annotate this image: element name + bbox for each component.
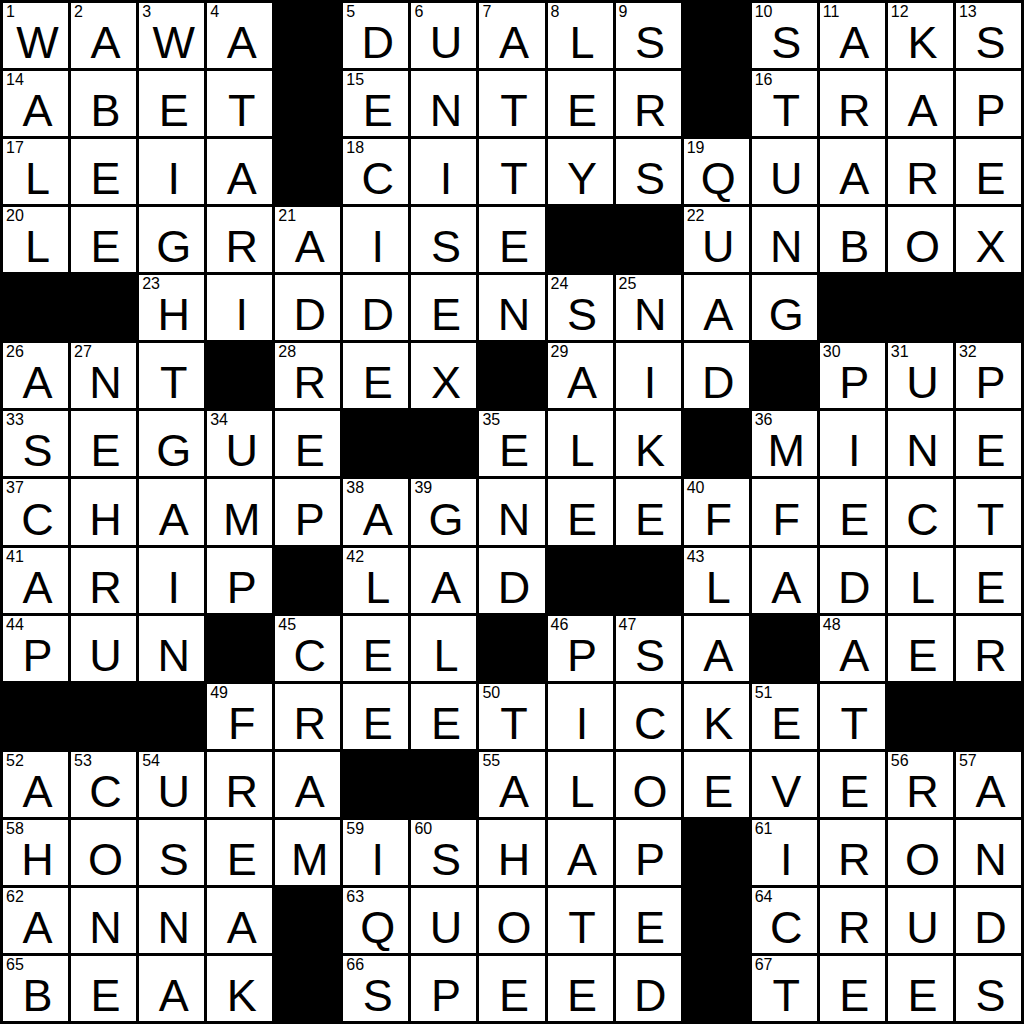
cell-letter: D xyxy=(481,565,544,610)
cell-r13c15[interactable]: N xyxy=(956,820,1021,885)
cell-r14c3[interactable]: N xyxy=(139,888,204,953)
cell-r7c15[interactable]: E xyxy=(956,411,1021,476)
cell-r9c4[interactable]: P xyxy=(207,548,272,613)
cell-r1c14[interactable]: 12K xyxy=(888,3,953,68)
cell-r4c1[interactable]: 20L xyxy=(3,207,68,272)
cell-r10c13[interactable]: 48A xyxy=(820,616,885,681)
cell-r7c9[interactable]: L xyxy=(548,411,613,476)
cell-letter: P xyxy=(209,565,272,610)
cell-r5c6[interactable]: D xyxy=(343,275,408,340)
cell-r3c15[interactable]: E xyxy=(956,139,1021,204)
cell-r13c4[interactable]: E xyxy=(207,820,272,885)
cell-r13c7[interactable]: 60S xyxy=(411,820,476,885)
clue-number: 43 xyxy=(687,548,705,566)
cell-letter: I xyxy=(754,837,817,882)
cell-r14c4[interactable]: A xyxy=(207,888,272,953)
cell-r4c12[interactable]: N xyxy=(752,207,817,272)
cell-r12c2[interactable]: 53C xyxy=(71,752,136,817)
cell-letter: M xyxy=(277,837,340,882)
cell-letter: A xyxy=(686,292,749,337)
cell-letter: D xyxy=(345,20,408,65)
cell-r12c3[interactable]: 54U xyxy=(139,752,204,817)
cell-r11c6[interactable]: E xyxy=(343,684,408,749)
cell-r15c4[interactable]: K xyxy=(207,956,272,1021)
cell-letter: I xyxy=(550,701,613,746)
cell-r14c10[interactable]: E xyxy=(616,888,681,953)
cell-r15c10[interactable]: D xyxy=(616,956,681,1021)
cell-r10c7[interactable]: L xyxy=(411,616,476,681)
cell-letter: I xyxy=(413,156,476,201)
cell-r12c9[interactable]: L xyxy=(548,752,613,817)
clue-number: 6 xyxy=(414,3,423,21)
cell-letter: A xyxy=(754,565,817,610)
cell-letter: I xyxy=(209,292,272,337)
cell-letter: E xyxy=(754,701,817,746)
clue-number: 17 xyxy=(6,139,24,157)
cell-r6c1[interactable]: 26A xyxy=(3,343,68,408)
cell-r14c7[interactable]: U xyxy=(411,888,476,953)
cell-r5c3[interactable]: 23H xyxy=(139,275,204,340)
cell-r3c13[interactable]: A xyxy=(820,139,885,204)
cell-r1c4[interactable]: 4A xyxy=(207,3,272,68)
cell-r9c12[interactable]: A xyxy=(752,548,817,613)
cell-letter: E xyxy=(686,769,749,814)
cell-r3c12[interactable]: U xyxy=(752,139,817,204)
cell-r2c12[interactable]: 16T xyxy=(752,71,817,136)
cell-r15c7[interactable]: P xyxy=(411,956,476,1021)
cell-r1c6[interactable]: 5D xyxy=(343,3,408,68)
cell-letter: A xyxy=(822,633,885,678)
black-cell-r7c6 xyxy=(343,411,408,476)
clue-number: 12 xyxy=(891,3,909,21)
cell-r7c12[interactable]: 36M xyxy=(752,411,817,476)
cell-letter: U xyxy=(413,905,476,950)
cell-r11c8[interactable]: 50T xyxy=(479,684,544,749)
cell-r4c6[interactable]: I xyxy=(343,207,408,272)
cell-letter: D xyxy=(686,360,749,405)
cell-r9c15[interactable]: E xyxy=(956,548,1021,613)
clue-number: 2 xyxy=(74,3,83,21)
cell-r7c2[interactable]: E xyxy=(71,411,136,476)
cell-r8c2[interactable]: H xyxy=(71,479,136,544)
cell-r10c15[interactable]: R xyxy=(956,616,1021,681)
cell-r11c13[interactable]: T xyxy=(820,684,885,749)
cell-r3c10[interactable]: S xyxy=(616,139,681,204)
cell-letter: Q xyxy=(345,905,408,950)
black-cell-r3c5 xyxy=(275,139,340,204)
cell-r12c5[interactable]: A xyxy=(275,752,340,817)
cell-r8c3[interactable]: A xyxy=(139,479,204,544)
clue-number: 1 xyxy=(6,3,15,21)
cell-r11c9[interactable]: I xyxy=(548,684,613,749)
cell-r15c15[interactable]: S xyxy=(956,956,1021,1021)
cell-r6c7[interactable]: X xyxy=(411,343,476,408)
cell-letter: P xyxy=(958,360,1021,405)
cell-r4c7[interactable]: S xyxy=(411,207,476,272)
cell-letter: E xyxy=(73,973,136,1018)
cell-r3c1[interactable]: 17L xyxy=(3,139,68,204)
cell-r12c8[interactable]: 55A xyxy=(479,752,544,817)
cell-letter: S xyxy=(618,20,681,65)
clue-number: 55 xyxy=(482,752,500,770)
cell-r9c8[interactable]: D xyxy=(479,548,544,613)
cell-letter: R xyxy=(958,633,1021,678)
cell-letter: C xyxy=(345,156,408,201)
cell-r2c1[interactable]: 14A xyxy=(3,71,68,136)
cell-r13c9[interactable]: A xyxy=(548,820,613,885)
cell-r2c3[interactable]: E xyxy=(139,71,204,136)
cell-letter: R xyxy=(73,565,136,610)
cell-r6c15[interactable]: 32P xyxy=(956,343,1021,408)
cell-r2c14[interactable]: A xyxy=(888,71,953,136)
cell-r9c11[interactable]: 43L xyxy=(684,548,749,613)
cell-r10c9[interactable]: 46P xyxy=(548,616,613,681)
cell-letter: U xyxy=(890,360,953,405)
cell-r1c7[interactable]: 6U xyxy=(411,3,476,68)
clue-number: 14 xyxy=(6,71,24,89)
cell-letter: E xyxy=(550,88,613,133)
cell-letter: O xyxy=(890,837,953,882)
cell-r5c10[interactable]: 25N xyxy=(616,275,681,340)
cell-letter: W xyxy=(141,20,204,65)
cell-r4c2[interactable]: E xyxy=(71,207,136,272)
cell-r3c14[interactable]: R xyxy=(888,139,953,204)
cell-letter: W xyxy=(5,20,68,65)
black-cell-r15c11 xyxy=(684,956,749,1021)
cell-letter: E xyxy=(345,701,408,746)
cell-r12c13[interactable]: E xyxy=(820,752,885,817)
cell-r6c5[interactable]: 28R xyxy=(275,343,340,408)
cell-letter: F xyxy=(686,497,749,542)
cell-r5c4[interactable]: I xyxy=(207,275,272,340)
clue-number: 29 xyxy=(551,343,569,361)
cell-r11c5[interactable]: R xyxy=(275,684,340,749)
cell-r8c6[interactable]: 38A xyxy=(343,479,408,544)
cell-r15c8[interactable]: E xyxy=(479,956,544,1021)
cell-letter: E xyxy=(413,701,476,746)
cell-r4c11[interactable]: 22U xyxy=(684,207,749,272)
clue-number: 44 xyxy=(6,616,24,634)
cell-r15c3[interactable]: A xyxy=(139,956,204,1021)
cell-r3c4[interactable]: A xyxy=(207,139,272,204)
cell-r5c12[interactable]: G xyxy=(752,275,817,340)
cell-letter: F xyxy=(209,701,272,746)
cell-r13c12[interactable]: 61I xyxy=(752,820,817,885)
cell-letter: T xyxy=(754,88,817,133)
cell-letter: B xyxy=(822,224,885,269)
cell-r1c8[interactable]: 7A xyxy=(479,3,544,68)
cell-r1c15[interactable]: 13S xyxy=(956,3,1021,68)
cell-r8c4[interactable]: M xyxy=(207,479,272,544)
cell-r13c3[interactable]: S xyxy=(139,820,204,885)
cell-r3c3[interactable]: I xyxy=(139,139,204,204)
cell-r1c1[interactable]: 1W xyxy=(3,3,68,68)
cell-r6c3[interactable]: T xyxy=(139,343,204,408)
cell-r8c14[interactable]: C xyxy=(888,479,953,544)
cell-r4c3[interactable]: G xyxy=(139,207,204,272)
clue-number: 67 xyxy=(755,956,773,974)
cell-letter: R xyxy=(277,701,340,746)
cell-r14c9[interactable]: T xyxy=(548,888,613,953)
cell-r8c7[interactable]: 39G xyxy=(411,479,476,544)
cell-letter: H xyxy=(5,837,68,882)
cell-letter: I xyxy=(141,156,204,201)
cell-r14c6[interactable]: 63Q xyxy=(343,888,408,953)
cell-r5c11[interactable]: A xyxy=(684,275,749,340)
cell-r8c1[interactable]: 37C xyxy=(3,479,68,544)
cell-letter: A xyxy=(209,156,272,201)
cell-r15c12[interactable]: 67T xyxy=(752,956,817,1021)
cell-r8c9[interactable]: E xyxy=(548,479,613,544)
cell-r14c2[interactable]: N xyxy=(71,888,136,953)
cell-r15c14[interactable]: E xyxy=(888,956,953,1021)
cell-r2c9[interactable]: E xyxy=(548,71,613,136)
cell-r12c4[interactable]: R xyxy=(207,752,272,817)
cell-r14c13[interactable]: R xyxy=(820,888,885,953)
cell-r5c9[interactable]: 24S xyxy=(548,275,613,340)
cell-r2c7[interactable]: N xyxy=(411,71,476,136)
cell-letter: A xyxy=(5,565,68,610)
cell-r8c12[interactable]: F xyxy=(752,479,817,544)
cell-letter: L xyxy=(5,156,68,201)
cell-r2c4[interactable]: T xyxy=(207,71,272,136)
cell-r9c13[interactable]: D xyxy=(820,548,885,613)
clue-number: 13 xyxy=(959,3,977,21)
cell-r12c1[interactable]: 52A xyxy=(3,752,68,817)
cell-r12c12[interactable]: V xyxy=(752,752,817,817)
cell-r6c6[interactable]: E xyxy=(343,343,408,408)
black-cell-r6c12 xyxy=(752,343,817,408)
cell-r13c1[interactable]: 58H xyxy=(3,820,68,885)
cell-r7c4[interactable]: 34U xyxy=(207,411,272,476)
cell-r4c15[interactable]: X xyxy=(956,207,1021,272)
cell-r7c3[interactable]: G xyxy=(139,411,204,476)
cell-r2c15[interactable]: P xyxy=(956,71,1021,136)
cell-letter: U xyxy=(209,428,272,473)
cell-r13c2[interactable]: O xyxy=(71,820,136,885)
cell-r14c14[interactable]: U xyxy=(888,888,953,953)
cell-r12c10[interactable]: O xyxy=(616,752,681,817)
cell-letter: R xyxy=(822,905,885,950)
cell-letter: R xyxy=(822,837,885,882)
cell-letter: A xyxy=(686,633,749,678)
cell-r11c4[interactable]: 49F xyxy=(207,684,272,749)
cell-r13c6[interactable]: 59I xyxy=(343,820,408,885)
cell-r6c2[interactable]: 27N xyxy=(71,343,136,408)
cell-r2c6[interactable]: 15E xyxy=(343,71,408,136)
cell-r10c2[interactable]: U xyxy=(71,616,136,681)
cell-letter: D xyxy=(277,292,340,337)
cell-r9c1[interactable]: 41A xyxy=(3,548,68,613)
cell-r15c1[interactable]: 65B xyxy=(3,956,68,1021)
cell-letter: N xyxy=(141,633,204,678)
cell-r11c7[interactable]: E xyxy=(411,684,476,749)
cell-r13c14[interactable]: O xyxy=(888,820,953,885)
cell-letter: D xyxy=(958,905,1021,950)
cell-letter: T xyxy=(481,701,544,746)
cell-letter: C xyxy=(5,497,68,542)
black-cell-r1c5 xyxy=(275,3,340,68)
clue-number: 46 xyxy=(551,616,569,634)
cell-r1c13[interactable]: 11A xyxy=(820,3,885,68)
cell-r3c8[interactable]: T xyxy=(479,139,544,204)
cell-letter: P xyxy=(5,633,68,678)
cell-r3c2[interactable]: E xyxy=(71,139,136,204)
cell-r5c7[interactable]: E xyxy=(411,275,476,340)
cell-letter: O xyxy=(73,837,136,882)
cell-r11c10[interactable]: C xyxy=(616,684,681,749)
cell-r10c14[interactable]: E xyxy=(888,616,953,681)
cell-letter: Q xyxy=(686,156,749,201)
cell-letter: K xyxy=(890,20,953,65)
clue-number: 26 xyxy=(6,343,24,361)
cell-r3c6[interactable]: 18C xyxy=(343,139,408,204)
cell-r4c14[interactable]: O xyxy=(888,207,953,272)
cell-r4c13[interactable]: B xyxy=(820,207,885,272)
cell-letter: C xyxy=(277,633,340,678)
cell-r12c15[interactable]: 57A xyxy=(956,752,1021,817)
clue-number: 52 xyxy=(6,752,24,770)
cell-r8c11[interactable]: 40F xyxy=(684,479,749,544)
cell-r7c8[interactable]: 35E xyxy=(479,411,544,476)
cell-r11c11[interactable]: K xyxy=(684,684,749,749)
clue-number: 11 xyxy=(823,3,840,21)
cell-r5c5[interactable]: D xyxy=(275,275,340,340)
cell-r1c12[interactable]: 10S xyxy=(752,3,817,68)
cell-r2c8[interactable]: T xyxy=(479,71,544,136)
cell-r10c6[interactable]: E xyxy=(343,616,408,681)
cell-r12c11[interactable]: E xyxy=(684,752,749,817)
cell-letter: U xyxy=(686,224,749,269)
cell-r2c2[interactable]: B xyxy=(71,71,136,136)
cell-r6c10[interactable]: I xyxy=(616,343,681,408)
cell-letter: N xyxy=(481,497,544,542)
black-cell-r2c11 xyxy=(684,71,749,136)
cell-r3c7[interactable]: I xyxy=(411,139,476,204)
cell-r8c5[interactable]: P xyxy=(275,479,340,544)
cell-r10c3[interactable]: N xyxy=(139,616,204,681)
cell-letter: S xyxy=(618,633,681,678)
cell-letter: A xyxy=(5,360,68,405)
cell-r15c9[interactable]: E xyxy=(548,956,613,1021)
cell-r11c12[interactable]: 51E xyxy=(752,684,817,749)
cell-r10c11[interactable]: A xyxy=(684,616,749,681)
cell-r6c14[interactable]: 31U xyxy=(888,343,953,408)
cell-r15c2[interactable]: E xyxy=(71,956,136,1021)
cell-r10c1[interactable]: 44P xyxy=(3,616,68,681)
clue-number: 7 xyxy=(482,3,491,21)
cell-r14c15[interactable]: D xyxy=(956,888,1021,953)
cell-r8c8[interactable]: N xyxy=(479,479,544,544)
cell-r1c3[interactable]: 3W xyxy=(139,3,204,68)
black-cell-r5c1 xyxy=(3,275,68,340)
cell-letter: P xyxy=(413,973,476,1018)
cell-r3c11[interactable]: 19Q xyxy=(684,139,749,204)
cell-letter: R xyxy=(277,360,340,405)
cell-r4c5[interactable]: 21A xyxy=(275,207,340,272)
cell-letter: S xyxy=(958,973,1021,1018)
cell-letter: U xyxy=(890,905,953,950)
cell-r7c14[interactable]: N xyxy=(888,411,953,476)
cell-letter: A xyxy=(209,905,272,950)
cell-r6c11[interactable]: D xyxy=(684,343,749,408)
cell-r10c10[interactable]: 47S xyxy=(616,616,681,681)
clue-number: 33 xyxy=(6,411,24,429)
cell-r9c14[interactable]: L xyxy=(888,548,953,613)
cell-letter: I xyxy=(618,360,681,405)
cell-letter: U xyxy=(754,156,817,201)
cell-letter: L xyxy=(413,633,476,678)
cell-letter: E xyxy=(958,156,1021,201)
cell-r8c15[interactable]: T xyxy=(956,479,1021,544)
cell-r13c5[interactable]: M xyxy=(275,820,340,885)
cell-r7c10[interactable]: K xyxy=(616,411,681,476)
cell-r4c4[interactable]: R xyxy=(207,207,272,272)
cell-r9c2[interactable]: R xyxy=(71,548,136,613)
cell-r14c8[interactable]: O xyxy=(479,888,544,953)
cell-r1c10[interactable]: 9S xyxy=(616,3,681,68)
cell-r6c13[interactable]: 30P xyxy=(820,343,885,408)
cell-r7c13[interactable]: I xyxy=(820,411,885,476)
cell-r2c10[interactable]: R xyxy=(616,71,681,136)
cell-r9c6[interactable]: 42L xyxy=(343,548,408,613)
cell-r5c8[interactable]: N xyxy=(479,275,544,340)
cell-r13c8[interactable]: H xyxy=(479,820,544,885)
cell-r4c8[interactable]: E xyxy=(479,207,544,272)
cell-r7c5[interactable]: E xyxy=(275,411,340,476)
cell-r9c3[interactable]: I xyxy=(139,548,204,613)
cell-r2c13[interactable]: R xyxy=(820,71,885,136)
cell-r13c13[interactable]: R xyxy=(820,820,885,885)
cell-letter: E xyxy=(890,633,953,678)
cell-letter: L xyxy=(686,565,749,610)
black-cell-r10c8 xyxy=(479,616,544,681)
cell-letter: P xyxy=(618,837,681,882)
clue-number: 48 xyxy=(823,616,841,634)
cell-letter: E xyxy=(413,292,476,337)
clue-number: 40 xyxy=(687,479,705,497)
cell-r12c14[interactable]: 56R xyxy=(888,752,953,817)
cell-letter: A xyxy=(550,837,613,882)
cell-r10c5[interactable]: 45C xyxy=(275,616,340,681)
cell-r14c12[interactable]: 64C xyxy=(752,888,817,953)
cell-letter: R xyxy=(890,769,953,814)
cell-r14c1[interactable]: 62A xyxy=(3,888,68,953)
clue-number: 65 xyxy=(6,956,24,974)
cell-r3c9[interactable]: Y xyxy=(548,139,613,204)
cell-r1c9[interactable]: 8L xyxy=(548,3,613,68)
clue-number: 10 xyxy=(755,3,773,21)
cell-letter: T xyxy=(822,701,885,746)
cell-r8c13[interactable]: E xyxy=(820,479,885,544)
cell-r15c13[interactable]: E xyxy=(820,956,885,1021)
cell-letter: C xyxy=(618,701,681,746)
cell-r1c2[interactable]: 2A xyxy=(71,3,136,68)
cell-letter: D xyxy=(345,292,408,337)
clue-number: 49 xyxy=(210,684,228,702)
cell-r7c1[interactable]: 33S xyxy=(3,411,68,476)
clue-number: 30 xyxy=(823,343,841,361)
clue-number: 47 xyxy=(619,616,637,634)
cell-letter: E xyxy=(141,88,204,133)
cell-r13c10[interactable]: P xyxy=(616,820,681,885)
cell-letter: E xyxy=(890,973,953,1018)
cell-r8c10[interactable]: E xyxy=(616,479,681,544)
cell-r15c6[interactable]: 66S xyxy=(343,956,408,1021)
cell-r9c7[interactable]: A xyxy=(411,548,476,613)
cell-r6c9[interactable]: 29A xyxy=(548,343,613,408)
black-cell-r4c9 xyxy=(548,207,613,272)
